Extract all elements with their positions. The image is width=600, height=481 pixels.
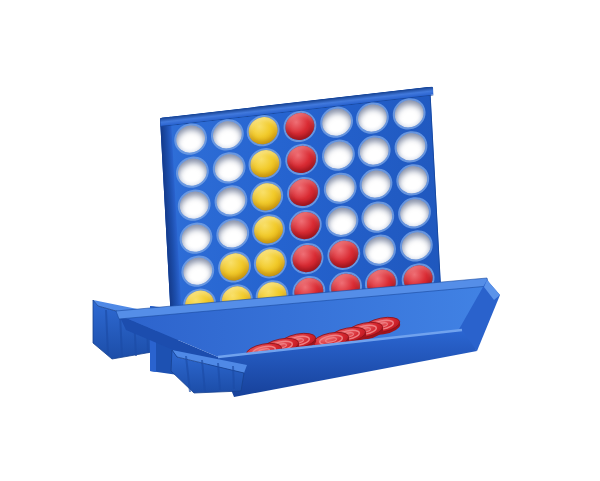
cell-r4-c1[interactable] (177, 220, 215, 257)
tray-front-wall (218, 330, 477, 397)
red-disc (330, 272, 360, 302)
cell-r2-c3[interactable] (246, 145, 284, 182)
cell-r4-c4[interactable] (286, 207, 324, 244)
tray-right-wall (458, 280, 500, 351)
empty-slot (215, 186, 245, 216)
empty-slot (181, 223, 211, 253)
empty-slot (361, 169, 391, 199)
yellow-disc (250, 149, 280, 179)
cell-r1-c3[interactable] (244, 112, 282, 149)
cell-r6-c1[interactable] (180, 286, 218, 323)
red-disc (288, 177, 318, 207)
empty-slot (214, 153, 244, 183)
tray-red-disc (363, 315, 401, 338)
yellow-disc (221, 285, 251, 315)
tray-red-disc (346, 320, 384, 343)
cell-r2-c5[interactable] (319, 137, 357, 174)
cell-r1-c1[interactable] (171, 121, 209, 158)
red-disc (290, 210, 320, 240)
cell-r3-c1[interactable] (175, 187, 213, 224)
cell-r6-c7[interactable] (399, 260, 437, 297)
tray-discs (245, 315, 401, 364)
cell-r6-c3[interactable] (253, 277, 291, 314)
red-disc (328, 239, 358, 269)
cell-r3-c5[interactable] (321, 170, 359, 207)
empty-slot (217, 219, 247, 249)
cell-r4-c5[interactable] (323, 203, 361, 240)
cell-r5-c2[interactable] (215, 248, 253, 285)
board-grid (171, 95, 437, 323)
connect-four-scene (0, 0, 600, 481)
cell-r3-c3[interactable] (248, 178, 286, 215)
empty-slot (396, 132, 426, 162)
tray-red-disc (245, 341, 283, 364)
red-disc (367, 268, 397, 298)
yellow-disc (255, 248, 285, 278)
cell-r5-c5[interactable] (324, 236, 362, 273)
empty-slot (177, 157, 207, 187)
cell-r2-c1[interactable] (173, 154, 211, 191)
cell-r5-c4[interactable] (288, 240, 326, 277)
tray-red-disc (279, 331, 317, 354)
red-disc (292, 243, 322, 273)
cell-r6-c5[interactable] (326, 269, 364, 306)
cell-r2-c4[interactable] (283, 141, 321, 178)
empty-slot (358, 103, 388, 133)
red-disc (403, 264, 433, 294)
empty-slot (398, 165, 428, 195)
red-disc (294, 276, 324, 306)
cell-r1-c6[interactable] (354, 99, 392, 136)
cell-r1-c7[interactable] (390, 95, 428, 132)
stand-left-front-foot (171, 350, 247, 393)
empty-slot (182, 256, 212, 286)
cell-r5-c6[interactable] (361, 231, 399, 268)
cell-r3-c6[interactable] (357, 165, 395, 202)
cell-r2-c2[interactable] (210, 149, 248, 186)
cell-r1-c5[interactable] (317, 104, 355, 141)
tray-red-disc (329, 325, 367, 348)
empty-slot (321, 107, 351, 137)
yellow-disc (248, 116, 278, 146)
empty-slot (327, 206, 357, 236)
empty-slot (325, 173, 355, 203)
empty-slot (400, 198, 430, 228)
yellow-disc (254, 215, 284, 245)
empty-slot (323, 140, 353, 170)
cell-r3-c7[interactable] (394, 161, 432, 198)
empty-slot (359, 136, 389, 166)
cell-r1-c2[interactable] (208, 116, 246, 153)
stand-left-foot (93, 300, 178, 375)
empty-slot (365, 235, 395, 265)
empty-slot (394, 99, 424, 129)
cell-r6-c6[interactable] (363, 264, 401, 301)
cell-r5-c3[interactable] (251, 244, 289, 281)
cell-r2-c6[interactable] (355, 132, 393, 169)
cell-r4-c3[interactable] (250, 211, 288, 248)
cell-r4-c7[interactable] (396, 194, 434, 231)
cell-r5-c1[interactable] (179, 253, 217, 290)
cell-r3-c2[interactable] (211, 182, 249, 219)
yellow-disc (184, 289, 214, 319)
empty-slot (179, 190, 209, 220)
tray-red-disc (262, 336, 300, 359)
cell-r6-c4[interactable] (290, 273, 328, 310)
yellow-disc (252, 182, 282, 212)
empty-slot (363, 202, 393, 232)
empty-slot (175, 124, 205, 154)
empty-slot (212, 120, 242, 150)
cell-r4-c2[interactable] (213, 215, 251, 252)
cell-r3-c4[interactable] (284, 174, 322, 211)
connect-four-board (160, 87, 442, 330)
cell-r2-c7[interactable] (392, 128, 430, 165)
tray-red-disc (312, 330, 350, 353)
cell-r6-c2[interactable] (217, 281, 255, 318)
cell-r5-c7[interactable] (397, 227, 435, 264)
red-disc (285, 111, 315, 141)
red-disc (287, 144, 317, 174)
yellow-disc (219, 252, 249, 282)
empty-slot (401, 231, 431, 261)
yellow-disc (257, 281, 287, 311)
cell-r1-c4[interactable] (281, 108, 319, 145)
cell-r4-c6[interactable] (359, 198, 397, 235)
